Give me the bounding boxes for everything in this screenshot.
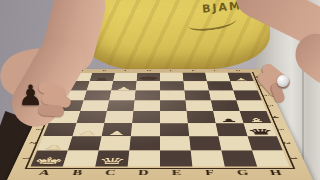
square-c5 [107, 100, 135, 111]
square-g1 [221, 151, 257, 167]
square-d4 [132, 111, 160, 123]
square-b1 [63, 151, 99, 167]
square-b8: ♜ [90, 73, 115, 81]
rank-label-2: 2 [16, 140, 49, 147]
file-label-G: G [225, 168, 262, 180]
left-finger-icon [38, 104, 65, 117]
file-label-C: C [92, 168, 127, 180]
square-e7 [160, 81, 184, 90]
square-g7 [207, 81, 233, 90]
square-c6 [109, 90, 136, 100]
square-d1 [128, 151, 160, 167]
square-b2 [68, 136, 102, 150]
file-labels-top: ABCDEFGH [70, 70, 250, 73]
file-label-top-B: B [92, 70, 115, 73]
square-f2 [189, 136, 221, 150]
square-e5 [160, 100, 187, 111]
file-label-B: B [58, 168, 95, 180]
square-e4 [160, 111, 188, 123]
square-d2 [129, 136, 160, 150]
square-f5 [185, 100, 213, 111]
rank-label-3: 3 [266, 126, 297, 132]
square-f6 [184, 90, 211, 100]
square-e1 [160, 151, 192, 167]
rank-label-5: 5 [257, 103, 285, 108]
square-d6 [135, 90, 160, 100]
square-g5 [211, 100, 240, 111]
square-c8 [113, 73, 137, 81]
square-g6 [209, 90, 237, 100]
file-label-top-G: G [204, 70, 227, 73]
square-f8 [183, 73, 207, 81]
square-g2 [218, 136, 252, 150]
square-g3 [216, 123, 248, 136]
square-b7 [87, 81, 113, 90]
file-label-top-F: F [182, 70, 205, 73]
rank-label-3: 3 [23, 126, 54, 132]
white-ball-piece-top [277, 75, 289, 87]
file-label-F: F [193, 168, 228, 180]
square-c7: ♟ [111, 81, 136, 90]
square-b3: ♟ [72, 123, 104, 136]
piece-black-king: ♚ [137, 76, 160, 81]
square-c3: ♟ [102, 123, 133, 136]
square-c1: ♛ [95, 151, 129, 167]
square-d7 [136, 81, 160, 90]
file-label-A: A [24, 168, 62, 180]
file-label-top-C: C [115, 70, 138, 73]
photo-scene: BJAM ♜♚♟♟♟♝♟♟♛♟♚♛ ABCDEFGH ABCDEFGH 8765… [0, 0, 320, 180]
square-g8 [205, 73, 230, 81]
rank-label-1: 1 [8, 155, 43, 162]
file-label-D: D [126, 168, 160, 180]
square-f7 [183, 81, 208, 90]
square-e8 [160, 73, 183, 81]
file-label-top-H: H [227, 70, 250, 73]
rank-label-2: 2 [271, 140, 304, 147]
square-d3 [131, 123, 160, 136]
piece-white-pawn: ♟ [78, 131, 98, 136]
rank-label-4: 4 [261, 114, 291, 120]
square-d8: ♚ [137, 73, 160, 81]
piece-white-pawn: ♟ [107, 131, 126, 136]
file-label-H: H [258, 168, 296, 180]
rank-label-1: 1 [277, 155, 312, 162]
file-label-E: E [160, 168, 194, 180]
square-e2 [160, 136, 191, 150]
square-c4 [104, 111, 133, 123]
square-f4 [187, 111, 216, 123]
square-f3 [188, 123, 219, 136]
square-b6 [84, 90, 112, 100]
square-b4 [76, 111, 106, 123]
square-e3 [160, 123, 189, 136]
piece-black-pawn: ♟ [220, 118, 239, 123]
square-d5 [133, 100, 160, 111]
file-labels-bottom: ABCDEFGH [24, 168, 295, 180]
file-label-top-E: E [160, 70, 183, 73]
file-label-top-D: D [137, 70, 160, 73]
square-c2 [99, 136, 131, 150]
square-e6 [160, 90, 185, 100]
square-g4: ♟ [213, 111, 243, 123]
piece-white-queen: ♛ [97, 157, 128, 166]
square-b5 [80, 100, 109, 111]
square-f1 [191, 151, 225, 167]
